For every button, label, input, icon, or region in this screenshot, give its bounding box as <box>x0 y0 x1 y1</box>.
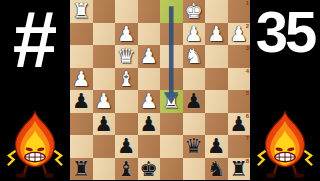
rank-coordinate-label: 4 <box>246 68 249 74</box>
white-knight: ♞ <box>183 45 206 68</box>
black-bishop: ♝ <box>115 158 138 181</box>
square-d1[interactable] <box>160 0 183 23</box>
square-b7[interactable]: ♟ <box>205 135 228 158</box>
square-h3[interactable] <box>70 45 93 68</box>
square-e2[interactable] <box>138 23 161 46</box>
white-pawn: ♟ <box>138 90 161 113</box>
white-pawn: ♟ <box>183 23 206 46</box>
square-e3[interactable]: ♟ <box>138 45 161 68</box>
white-pawn: ♟ <box>205 23 228 46</box>
square-f1[interactable] <box>115 0 138 23</box>
black-pawn: ♟ <box>183 90 206 113</box>
square-f8[interactable]: ♝ <box>115 158 138 181</box>
black-knight: ♞ <box>205 158 228 181</box>
square-f4[interactable]: ♝ <box>115 68 138 91</box>
square-c2[interactable]: ♟ <box>183 23 206 46</box>
rank-coordinate-label: 7 <box>246 135 249 141</box>
square-a6[interactable]: ♟6 <box>228 113 251 136</box>
black-pawn: ♟ <box>115 135 138 158</box>
square-f5[interactable] <box>115 90 138 113</box>
square-d8[interactable] <box>160 158 183 181</box>
square-b2[interactable]: ♟ <box>205 23 228 46</box>
square-a5[interactable]: 5 <box>228 90 251 113</box>
square-h4[interactable]: ♟ <box>70 68 93 91</box>
black-pawn: ♟ <box>205 135 228 158</box>
square-h1[interactable]: ♜ <box>70 0 93 23</box>
rank-coordinate-label: 1 <box>246 0 249 6</box>
puzzle-number: 35 <box>250 6 320 58</box>
square-a7[interactable]: 7 <box>228 135 251 158</box>
right-panel: 35 <box>250 0 320 180</box>
square-e5[interactable]: ♟ <box>138 90 161 113</box>
square-e7[interactable] <box>138 135 161 158</box>
square-g6[interactable]: ♟ <box>93 113 116 136</box>
black-king: ♚ <box>138 158 161 181</box>
square-d6[interactable] <box>160 113 183 136</box>
square-g3[interactable] <box>93 45 116 68</box>
square-d7[interactable] <box>160 135 183 158</box>
black-pawn: ♟ <box>138 113 161 136</box>
square-a4[interactable]: 4 <box>228 68 251 91</box>
rank-coordinate-label: 8 <box>246 158 249 164</box>
white-pawn: ♟ <box>115 23 138 46</box>
flame-mascot-icon <box>256 110 314 180</box>
black-pawn: ♟ <box>93 113 116 136</box>
square-c3[interactable]: ♞ <box>183 45 206 68</box>
square-c7[interactable]: ♛ <box>183 135 206 158</box>
square-h6[interactable] <box>70 113 93 136</box>
rank-coordinate-label: 2 <box>246 23 249 29</box>
square-d5[interactable]: ♜ <box>160 90 183 113</box>
square-d4[interactable] <box>160 68 183 91</box>
square-g2[interactable] <box>93 23 116 46</box>
square-f7[interactable]: ♟ <box>115 135 138 158</box>
left-panel: # <box>0 0 70 180</box>
black-pawn: ♟ <box>70 90 93 113</box>
square-c1[interactable]: ♚ <box>183 0 206 23</box>
square-e4[interactable] <box>138 68 161 91</box>
square-h5[interactable]: ♟ <box>70 90 93 113</box>
square-g1[interactable] <box>93 0 116 23</box>
square-g7[interactable] <box>93 135 116 158</box>
square-c8[interactable] <box>183 158 206 181</box>
square-a2[interactable]: ♟2 <box>228 23 251 46</box>
white-bishop: ♝ <box>115 68 138 91</box>
square-g4[interactable] <box>93 68 116 91</box>
square-a1[interactable]: 1 <box>228 0 251 23</box>
flame-mascot-icon <box>6 110 64 180</box>
video-frame: # ♜♚1♟♟♟♟2♛♟♞3♟♝4♟♟♟♜♟5♟♟♟6♟♛♟7♜♝♚♞♜8 35 <box>0 0 320 180</box>
white-queen: ♛ <box>115 45 138 68</box>
square-d2[interactable] <box>160 23 183 46</box>
chess-board[interactable]: ♜♚1♟♟♟♟2♛♟♞3♟♝4♟♟♟♜♟5♟♟♟6♟♛♟7♜♝♚♞♜8 <box>70 0 250 180</box>
square-f3[interactable]: ♛ <box>115 45 138 68</box>
square-b3[interactable] <box>205 45 228 68</box>
white-king: ♚ <box>183 0 206 23</box>
square-c5[interactable]: ♟ <box>183 90 206 113</box>
black-rook: ♜ <box>70 158 93 181</box>
square-h7[interactable] <box>70 135 93 158</box>
square-e1[interactable] <box>138 0 161 23</box>
square-c4[interactable] <box>183 68 206 91</box>
white-rook: ♜ <box>160 90 183 113</box>
checkmate-hash-symbol: # <box>0 3 70 77</box>
square-g8[interactable] <box>93 158 116 181</box>
rank-coordinate-label: 6 <box>246 113 249 119</box>
rank-coordinate-label: 5 <box>246 90 249 96</box>
square-e6[interactable]: ♟ <box>138 113 161 136</box>
square-e8[interactable]: ♚ <box>138 158 161 181</box>
square-b8[interactable]: ♞ <box>205 158 228 181</box>
white-pawn: ♟ <box>93 90 116 113</box>
square-f2[interactable]: ♟ <box>115 23 138 46</box>
square-g5[interactable]: ♟ <box>93 90 116 113</box>
white-pawn: ♟ <box>138 45 161 68</box>
square-a8[interactable]: ♜8 <box>228 158 251 181</box>
white-pawn: ♟ <box>70 68 93 91</box>
square-h8[interactable]: ♜ <box>70 158 93 181</box>
square-b4[interactable] <box>205 68 228 91</box>
square-d3[interactable] <box>160 45 183 68</box>
square-h2[interactable] <box>70 23 93 46</box>
square-a3[interactable]: 3 <box>228 45 251 68</box>
square-b6[interactable] <box>205 113 228 136</box>
rank-coordinate-label: 3 <box>246 45 249 51</box>
square-f6[interactable] <box>115 113 138 136</box>
white-rook: ♜ <box>70 0 93 23</box>
square-c6[interactable] <box>183 113 206 136</box>
black-queen: ♛ <box>183 135 206 158</box>
square-b1[interactable] <box>205 0 228 23</box>
square-b5[interactable] <box>205 90 228 113</box>
